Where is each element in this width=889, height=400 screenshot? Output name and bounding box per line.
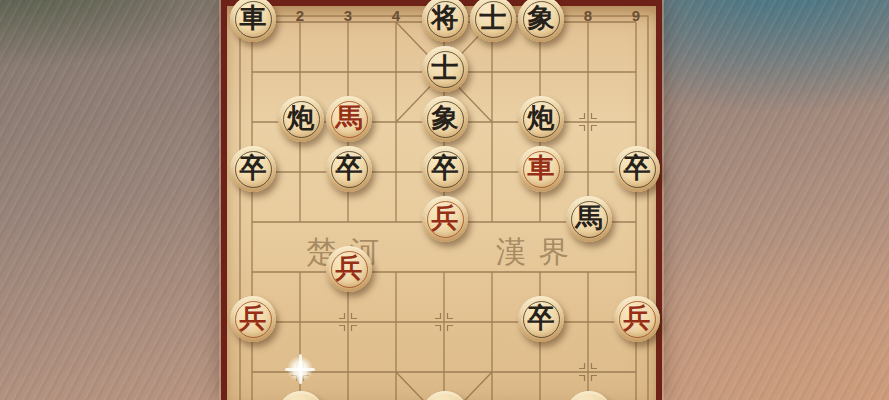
last-move-glow-marker bbox=[287, 356, 313, 382]
piece-character: 炮 bbox=[288, 105, 315, 132]
piece-red-chariot[interactable]: 車 bbox=[518, 146, 564, 192]
file-label-9: 9 bbox=[626, 7, 646, 24]
piece-character: 士 bbox=[480, 5, 507, 32]
piece-red-soldier[interactable]: 兵 bbox=[614, 296, 660, 342]
piece-character: 象 bbox=[528, 5, 555, 32]
piece-character: 卒 bbox=[240, 155, 267, 182]
piece-red-horse[interactable]: 馬 bbox=[326, 96, 372, 142]
file-label-4: 4 bbox=[386, 7, 406, 24]
piece-black-soldier[interactable]: 卒 bbox=[518, 296, 564, 342]
piece-black-cannon[interactable]: 炮 bbox=[518, 96, 564, 142]
piece-character: 兵 bbox=[240, 305, 267, 332]
piece-red-soldier[interactable]: 兵 bbox=[326, 246, 372, 292]
piece-red-soldier[interactable]: 兵 bbox=[422, 196, 468, 242]
piece-black-soldier[interactable]: 卒 bbox=[230, 146, 276, 192]
piece-character: 卒 bbox=[528, 305, 555, 332]
file-label-2: 2 bbox=[290, 7, 310, 24]
piece-red-soldier[interactable]: 兵 bbox=[230, 296, 276, 342]
game-screen: 楚河 漢界 123456789 車将士象士炮馬象炮卒卒卒車卒兵馬兵兵卒兵 bbox=[0, 0, 889, 400]
piece-character: 車 bbox=[240, 5, 267, 32]
piece-black-elephant[interactable]: 象 bbox=[422, 96, 468, 142]
piece-character: 将 bbox=[432, 5, 459, 32]
piece-character: 卒 bbox=[336, 155, 363, 182]
piece-character: 兵 bbox=[432, 205, 459, 232]
piece-character: 卒 bbox=[432, 155, 459, 182]
file-label-8: 8 bbox=[578, 7, 598, 24]
piece-character: 車 bbox=[528, 155, 555, 182]
piece-black-horse[interactable]: 馬 bbox=[566, 196, 612, 242]
piece-character: 士 bbox=[432, 55, 459, 82]
piece-character: 馬 bbox=[576, 205, 603, 232]
piece-black-cannon[interactable]: 炮 bbox=[278, 96, 324, 142]
river-text-right: 漢界 bbox=[496, 235, 582, 268]
piece-character: 兵 bbox=[336, 255, 363, 282]
piece-black-advisor[interactable]: 士 bbox=[422, 46, 468, 92]
piece-black-soldier[interactable]: 卒 bbox=[326, 146, 372, 192]
piece-black-soldier[interactable]: 卒 bbox=[422, 146, 468, 192]
piece-character: 象 bbox=[432, 105, 459, 132]
piece-character: 炮 bbox=[528, 105, 555, 132]
piece-character: 馬 bbox=[336, 105, 363, 132]
piece-character: 兵 bbox=[624, 305, 651, 332]
piece-character: 卒 bbox=[624, 155, 651, 182]
piece-black-soldier[interactable]: 卒 bbox=[614, 146, 660, 192]
file-label-3: 3 bbox=[338, 7, 358, 24]
